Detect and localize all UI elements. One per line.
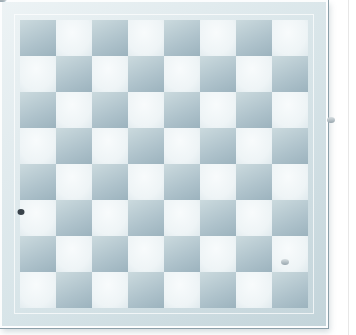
square-c7 xyxy=(92,236,128,272)
square-h1 xyxy=(272,20,308,56)
square-h3 xyxy=(272,92,308,128)
square-e8 xyxy=(164,272,200,308)
image-edge-line xyxy=(348,0,349,335)
product-photo: ♜♞♝♛♚♝♞♜♟♟♟♟♟♟♟♟♙♙♙♙♙♙♙♙♖♘♗♕♔♗♘♖ xyxy=(0,0,356,335)
square-d8 xyxy=(128,272,164,308)
square-e5 xyxy=(164,164,200,200)
square-d4 xyxy=(128,128,164,164)
square-g7 xyxy=(236,236,272,272)
square-b2 xyxy=(56,56,92,92)
square-e6 xyxy=(164,200,200,236)
chess-scene: ♜♞♝♛♚♝♞♜♟♟♟♟♟♟♟♟♙♙♙♙♙♙♙♙♖♘♗♕♔♗♘♖ xyxy=(0,0,356,335)
square-g6 xyxy=(236,200,272,236)
board-foot-bottom xyxy=(281,259,289,265)
square-b8 xyxy=(56,272,92,308)
square-f7 xyxy=(200,236,236,272)
square-a3 xyxy=(20,92,56,128)
square-c2 xyxy=(92,56,128,92)
board-squares xyxy=(20,20,308,308)
square-c4 xyxy=(92,128,128,164)
square-d3 xyxy=(128,92,164,128)
board-foot-left xyxy=(18,209,25,215)
square-e2 xyxy=(164,56,200,92)
square-b4 xyxy=(56,128,92,164)
square-b1 xyxy=(56,20,92,56)
square-g3 xyxy=(236,92,272,128)
square-g2 xyxy=(236,56,272,92)
square-c5 xyxy=(92,164,128,200)
square-f4 xyxy=(200,128,236,164)
chessboard xyxy=(0,0,328,328)
square-g1 xyxy=(236,20,272,56)
square-a8 xyxy=(20,272,56,308)
square-a2 xyxy=(20,56,56,92)
square-h8 xyxy=(272,272,308,308)
square-e1 xyxy=(164,20,200,56)
square-a7 xyxy=(20,236,56,272)
square-b3 xyxy=(56,92,92,128)
square-f3 xyxy=(200,92,236,128)
square-f8 xyxy=(200,272,236,308)
square-b7 xyxy=(56,236,92,272)
square-h4 xyxy=(272,128,308,164)
square-d6 xyxy=(128,200,164,236)
square-h5 xyxy=(272,164,308,200)
square-c6 xyxy=(92,200,128,236)
square-e4 xyxy=(164,128,200,164)
square-g8 xyxy=(236,272,272,308)
square-b5 xyxy=(56,164,92,200)
square-d5 xyxy=(128,164,164,200)
square-h7 xyxy=(272,236,308,272)
square-g5 xyxy=(236,164,272,200)
square-e7 xyxy=(164,236,200,272)
square-h2 xyxy=(272,56,308,92)
square-f2 xyxy=(200,56,236,92)
square-d7 xyxy=(128,236,164,272)
board-foot-right xyxy=(327,117,335,123)
square-f1 xyxy=(200,20,236,56)
square-c8 xyxy=(92,272,128,308)
square-b6 xyxy=(56,200,92,236)
square-d1 xyxy=(128,20,164,56)
square-f5 xyxy=(200,164,236,200)
square-a1 xyxy=(20,20,56,56)
square-d2 xyxy=(128,56,164,92)
square-c1 xyxy=(92,20,128,56)
square-c3 xyxy=(92,92,128,128)
square-g4 xyxy=(236,128,272,164)
square-f6 xyxy=(200,200,236,236)
square-a5 xyxy=(20,164,56,200)
square-a6 xyxy=(20,200,56,236)
square-a4 xyxy=(20,128,56,164)
square-e3 xyxy=(164,92,200,128)
square-h6 xyxy=(272,200,308,236)
